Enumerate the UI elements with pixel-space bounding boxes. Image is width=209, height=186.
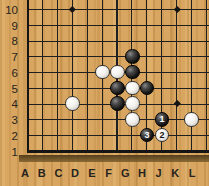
column-label-D: D bbox=[68, 167, 82, 180]
row-label-4: 4 bbox=[0, 98, 18, 111]
column-label-K: K bbox=[168, 167, 182, 180]
white-stone-k2: 2 bbox=[155, 128, 170, 143]
white-stone-h3 bbox=[125, 112, 140, 127]
star-point-d10 bbox=[69, 6, 75, 12]
black-stone-h7 bbox=[125, 49, 140, 64]
column-label-B: B bbox=[35, 167, 49, 180]
column-label-C: C bbox=[51, 167, 65, 180]
move-number-3: 3 bbox=[145, 131, 150, 140]
row-label-3: 3 bbox=[0, 114, 18, 127]
column-label-A: A bbox=[18, 167, 32, 180]
black-stone-g4 bbox=[110, 96, 125, 111]
black-stone-h6 bbox=[125, 65, 140, 80]
row-label-2: 2 bbox=[0, 130, 18, 143]
column-label-L: L bbox=[185, 167, 199, 180]
white-stone-d4 bbox=[65, 96, 80, 111]
column-label-E: E bbox=[85, 167, 99, 180]
move-number-2: 2 bbox=[159, 131, 164, 140]
white-stone-f6 bbox=[95, 65, 110, 80]
row-label-7: 7 bbox=[0, 51, 18, 64]
white-stone-m3 bbox=[184, 112, 199, 127]
go-board-diagram: 10987654321 ABCDEFGHJKL 132 bbox=[0, 0, 209, 186]
star-point-l10 bbox=[174, 6, 180, 12]
black-stone-j5 bbox=[140, 81, 155, 96]
column-label-G: G bbox=[118, 167, 132, 180]
row-label-8: 8 bbox=[0, 35, 18, 48]
black-stone-g5 bbox=[110, 81, 125, 96]
white-stone-h4 bbox=[125, 96, 140, 111]
row-label-9: 9 bbox=[0, 20, 18, 33]
row-label-5: 5 bbox=[0, 83, 18, 96]
row-label-10: 10 bbox=[0, 4, 18, 17]
column-label-F: F bbox=[102, 167, 116, 180]
white-stone-h5 bbox=[125, 81, 140, 96]
column-label-J: J bbox=[152, 167, 166, 180]
black-stone-j2: 3 bbox=[140, 128, 155, 143]
board-grid[interactable]: 132 bbox=[21, 1, 209, 159]
black-stone-k3: 1 bbox=[155, 112, 170, 127]
row-label-6: 6 bbox=[0, 67, 18, 80]
row-label-1: 1 bbox=[0, 146, 18, 159]
column-label-H: H bbox=[135, 167, 149, 180]
white-stone-g6 bbox=[110, 65, 125, 80]
star-point-l4 bbox=[174, 100, 180, 106]
move-number-1: 1 bbox=[159, 115, 164, 124]
